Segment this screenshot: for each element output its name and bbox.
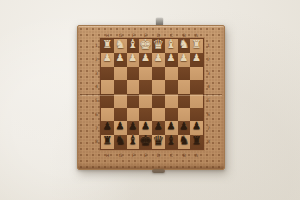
coordinate-label: F (128, 32, 138, 38)
white-knight: ♞ (178, 38, 189, 50)
square (127, 94, 140, 108)
square: ♟ (190, 53, 203, 67)
square: ♜ (190, 135, 203, 149)
coordinate-label: B (179, 32, 189, 38)
black-pawn: ♟ (116, 121, 125, 131)
square: ♟ (190, 121, 203, 135)
coordinate-label: G (115, 32, 125, 38)
coordinate-label: A (192, 152, 202, 158)
square: ♚ (139, 39, 152, 53)
square: ♟ (178, 121, 191, 135)
square (190, 94, 203, 108)
square: ♟ (178, 53, 191, 67)
coordinate-label: C (166, 32, 176, 38)
coordinate-label: D (154, 32, 164, 38)
square (152, 67, 165, 81)
white-bishop: ♝ (166, 38, 177, 50)
white-knight: ♞ (115, 38, 126, 50)
square (114, 67, 127, 81)
coordinate-label: 2 (94, 54, 99, 64)
black-pawn: ♟ (103, 121, 112, 131)
square: ♟ (152, 121, 165, 135)
square (152, 108, 165, 122)
square: ♟ (101, 53, 114, 67)
square: ♟ (165, 53, 178, 67)
square: ♟ (127, 121, 140, 135)
square (190, 108, 203, 122)
square (127, 67, 140, 81)
square (139, 80, 152, 94)
square (114, 94, 127, 108)
square (127, 80, 140, 94)
square: ♝ (127, 135, 140, 149)
square: ♜ (101, 39, 114, 53)
square (139, 108, 152, 122)
white-pawn: ♟ (141, 53, 150, 63)
square: ♝ (127, 39, 140, 53)
white-rook: ♜ (192, 39, 202, 50)
square: ♟ (139, 53, 152, 67)
square (178, 80, 191, 94)
black-pawn: ♟ (154, 121, 163, 131)
square: ♟ (114, 53, 127, 67)
square: ♝ (165, 135, 178, 149)
coordinate-label: F (128, 152, 138, 158)
black-pawn: ♟ (167, 121, 176, 131)
coordinate-label: 5 (94, 96, 99, 106)
square: ♛ (152, 135, 165, 149)
hinge-mark (152, 169, 165, 173)
coordinate-label: 7 (94, 123, 99, 133)
square (101, 67, 114, 81)
square (165, 108, 178, 122)
coordinate-label: D (154, 152, 164, 158)
black-pawn: ♟ (179, 121, 188, 131)
square: ♞ (114, 39, 127, 53)
coordinate-label: B (179, 152, 189, 158)
black-queen: ♛ (153, 134, 165, 147)
coordinate-label: 6 (94, 109, 99, 119)
coordinate-label: 7 (206, 123, 211, 133)
white-king: ♚ (139, 37, 152, 51)
white-pawn: ♟ (179, 53, 188, 63)
coordinate-label: 5 (206, 96, 211, 106)
black-knight: ♞ (178, 134, 189, 146)
coordinate-label: G (115, 152, 125, 158)
coordinate-label: E (141, 152, 151, 158)
square (165, 80, 178, 94)
square: ♜ (190, 39, 203, 53)
square (190, 67, 203, 81)
black-pawn: ♟ (128, 121, 137, 131)
black-bishop: ♝ (127, 134, 138, 146)
square (139, 67, 152, 81)
square (114, 108, 127, 122)
square: ♞ (114, 135, 127, 149)
coordinate-label: 1 (94, 41, 99, 51)
black-rook: ♜ (102, 135, 112, 146)
coordinate-label: 8 (94, 137, 99, 147)
black-bishop: ♝ (166, 134, 177, 146)
white-pawn: ♟ (116, 53, 125, 63)
square: ♟ (101, 121, 114, 135)
coordinate-label: 4 (206, 82, 211, 92)
white-pawn: ♟ (167, 53, 176, 63)
square: ♝ (165, 39, 178, 53)
coordinate-label: H (103, 152, 113, 158)
square (152, 80, 165, 94)
square: ♟ (114, 121, 127, 135)
white-pawn: ♟ (128, 53, 137, 63)
chess-board: HGFEDCBA 12345678 12345678 ♜♞♝♚♛♝♞♜♟♟♟♟♟… (77, 25, 225, 170)
square (127, 108, 140, 122)
coordinate-label: 8 (206, 137, 211, 147)
coordinate-label: 6 (206, 109, 211, 119)
square: ♜ (101, 135, 114, 149)
square (139, 94, 152, 108)
square (178, 94, 191, 108)
square: ♞ (178, 135, 191, 149)
coordinate-label: H (103, 32, 113, 38)
photo-scene: HGFEDCBA 12345678 12345678 ♜♞♝♚♛♝♞♜♟♟♟♟♟… (0, 0, 300, 200)
square (165, 67, 178, 81)
square (114, 80, 127, 94)
white-bishop: ♝ (127, 38, 138, 50)
coordinate-label: 1 (206, 41, 211, 51)
square (165, 94, 178, 108)
square: ♟ (152, 53, 165, 67)
square (101, 94, 114, 108)
files-top: HGFEDCBA (101, 31, 203, 39)
square: ♛ (152, 39, 165, 53)
coordinate-label: 3 (206, 68, 211, 78)
square (101, 80, 114, 94)
coordinate-label: 4 (94, 82, 99, 92)
square (101, 108, 114, 122)
white-pawn: ♟ (154, 53, 163, 63)
white-queen: ♛ (153, 38, 165, 51)
square: ♟ (127, 53, 140, 67)
coordinate-label: 2 (206, 54, 211, 64)
square (178, 67, 191, 81)
coordinate-label: E (141, 32, 151, 38)
white-rook: ♜ (102, 39, 112, 50)
square: ♞ (178, 39, 191, 53)
square (178, 108, 191, 122)
black-knight: ♞ (115, 134, 126, 146)
square: ♟ (139, 121, 152, 135)
black-pawn: ♟ (141, 121, 150, 131)
square (190, 80, 203, 94)
black-king: ♚ (139, 133, 152, 147)
coordinate-label: A (192, 32, 202, 38)
coordinate-label: 3 (94, 68, 99, 78)
square: ♟ (165, 121, 178, 135)
black-rook: ♜ (192, 135, 202, 146)
square: ♚ (139, 135, 152, 149)
black-pawn: ♟ (192, 121, 201, 131)
white-pawn: ♟ (103, 53, 112, 63)
square (152, 94, 165, 108)
white-pawn: ♟ (192, 53, 201, 63)
files-bottom: HGFEDCBA (101, 151, 203, 159)
fold-seam (80, 94, 222, 95)
coordinate-label: C (166, 152, 176, 158)
